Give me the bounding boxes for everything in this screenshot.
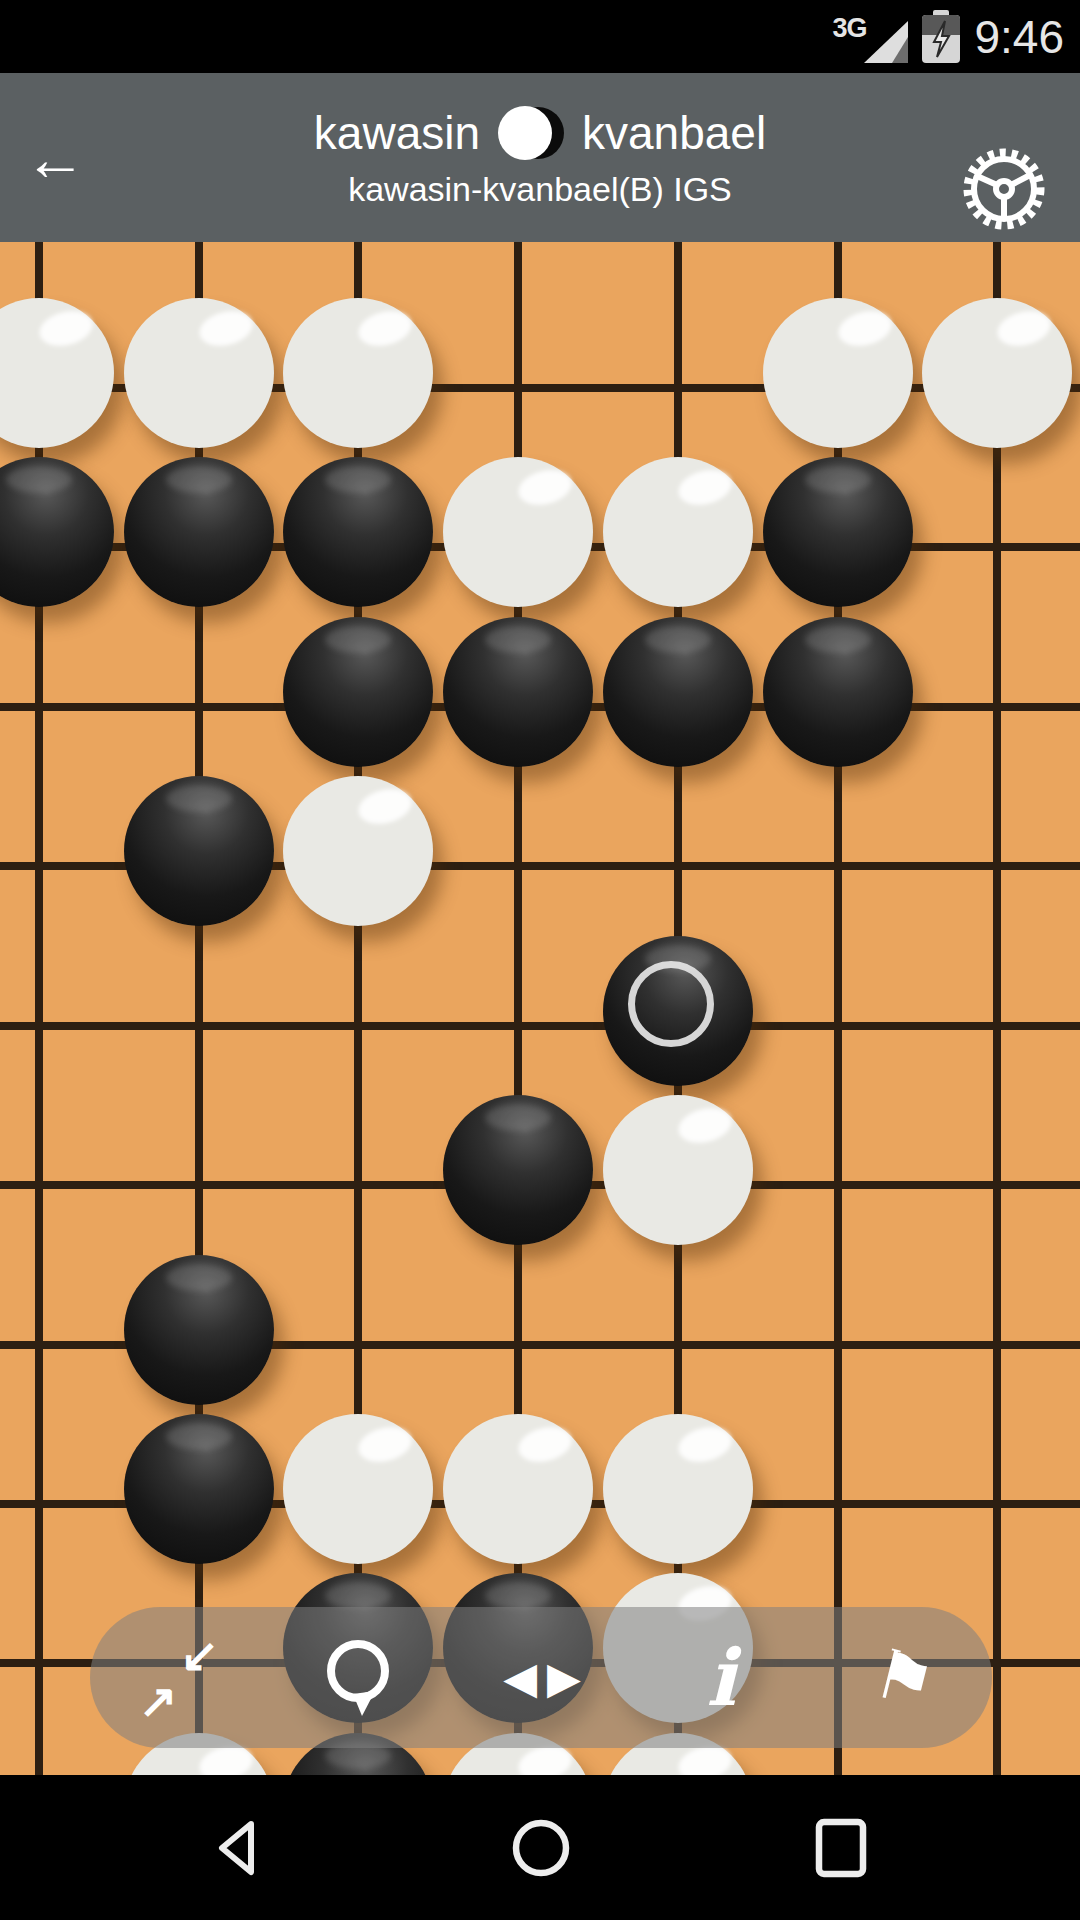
network-indicator: 3G — [832, 11, 908, 63]
signal-strength-icon — [862, 19, 908, 63]
last-move-marker — [628, 961, 714, 1047]
white-stone — [922, 298, 1072, 448]
network-type-label: 3G — [832, 13, 866, 44]
white-stone — [443, 1414, 593, 1564]
prev-next-moves-icon[interactable]: ◀ ▶ — [482, 1607, 602, 1748]
grid-line-horizontal — [0, 1022, 1080, 1030]
android-nav-bar — [0, 1775, 1080, 1920]
black-stone — [763, 457, 913, 607]
settings-gear-icon[interactable] — [961, 146, 1047, 232]
clock: 9:46 — [974, 10, 1064, 64]
page-title: kawasin kvanbael — [314, 106, 766, 160]
black-player-name: kawasin — [314, 110, 480, 156]
app-bar: ← kawasin kvanbael kawasin-kvanbael(B) I… — [0, 73, 1080, 242]
info-icon[interactable]: i — [661, 1607, 781, 1748]
black-vs-white-stones-icon — [498, 106, 564, 160]
white-stone — [124, 298, 274, 448]
black-stone — [124, 457, 274, 607]
black-stone — [603, 936, 753, 1086]
white-stone — [283, 776, 433, 926]
white-player-name: kvanbael — [582, 110, 766, 156]
white-stone — [603, 1414, 753, 1564]
white-stone — [763, 298, 913, 448]
floating-toolbar: ↙ ↗ ◀ ▶ i ⚑ — [90, 1607, 992, 1748]
collapse-fullscreen-icon[interactable]: ↙ ↗ — [119, 1607, 239, 1748]
white-stone — [283, 1414, 433, 1564]
nav-back-icon[interactable] — [181, 1775, 301, 1920]
black-stone — [443, 1095, 593, 1245]
white-stone — [283, 298, 433, 448]
black-stone — [0, 457, 114, 607]
status-bar: 3G 9:46 — [0, 0, 1080, 73]
white-stone — [443, 457, 593, 607]
back-arrow-icon[interactable]: ← — [15, 118, 95, 198]
black-stone — [603, 617, 753, 767]
grid-line-vertical — [993, 242, 1001, 1775]
game-titles: kawasin kvanbael kawasin-kvanbael(B) IGS — [120, 73, 960, 242]
go-app-screen: 3G 9:46 ← kawasin kvanbael kawas — [0, 0, 1080, 1920]
black-stone — [124, 1255, 274, 1405]
white-stone — [603, 1095, 753, 1245]
white-stone — [0, 298, 114, 448]
flag-icon[interactable]: ⚑ — [844, 1607, 964, 1748]
black-stone — [124, 776, 274, 926]
black-stone — [443, 617, 593, 767]
chat-icon[interactable] — [299, 1607, 419, 1748]
white-stone — [603, 457, 753, 607]
game-subtitle: kawasin-kvanbael(B) IGS — [348, 170, 732, 209]
black-stone — [283, 617, 433, 767]
nav-home-icon[interactable] — [481, 1775, 601, 1920]
go-board[interactable] — [0, 242, 1080, 1775]
battery-charging-icon — [922, 15, 960, 63]
black-stone — [124, 1414, 274, 1564]
black-stone — [283, 457, 433, 607]
black-stone — [763, 617, 913, 767]
nav-recents-icon[interactable] — [781, 1775, 901, 1920]
